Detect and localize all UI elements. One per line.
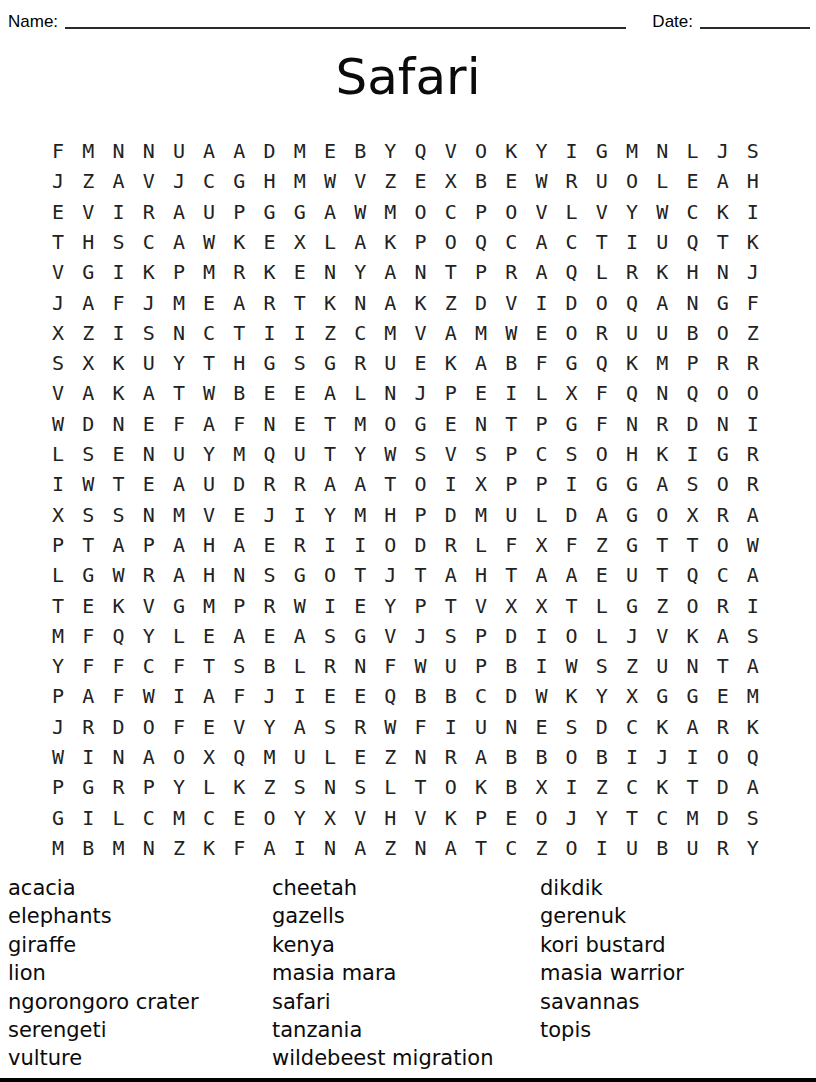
grid-cell[interactable]: T <box>194 348 224 378</box>
grid-cell[interactable]: A <box>647 469 677 499</box>
grid-cell[interactable]: W <box>375 712 405 742</box>
grid-cell[interactable]: A <box>224 287 254 317</box>
grid-cell[interactable]: B <box>345 136 375 166</box>
grid-cell[interactable]: S <box>738 621 768 651</box>
grid-cell[interactable]: M <box>375 197 405 227</box>
grid-cell[interactable]: K <box>224 227 254 257</box>
grid-cell[interactable]: Y <box>345 439 375 469</box>
grid-cell[interactable]: M <box>466 499 496 529</box>
grid-cell[interactable]: S <box>466 439 496 469</box>
grid-cell[interactable]: M <box>194 257 224 287</box>
grid-cell[interactable]: A <box>345 227 375 257</box>
grid-cell[interactable]: J <box>164 166 194 196</box>
grid-cell[interactable]: A <box>73 681 103 711</box>
grid-cell[interactable]: V <box>73 197 103 227</box>
grid-cell[interactable]: X <box>526 590 556 620</box>
grid-cell[interactable]: T <box>647 530 677 560</box>
grid-cell[interactable]: N <box>315 833 345 863</box>
grid-cell[interactable]: V <box>406 318 436 348</box>
grid-cell[interactable]: B <box>526 742 556 772</box>
grid-cell[interactable]: K <box>134 257 164 287</box>
grid-cell[interactable]: P <box>134 530 164 560</box>
grid-cell[interactable]: B <box>496 348 526 378</box>
grid-cell[interactable]: E <box>285 378 315 408</box>
grid-cell[interactable]: A <box>73 287 103 317</box>
grid-cell[interactable]: U <box>617 560 647 590</box>
grid-cell[interactable]: I <box>315 590 345 620</box>
grid-cell[interactable]: A <box>436 833 466 863</box>
grid-cell[interactable]: Q <box>224 742 254 772</box>
grid-cell[interactable]: A <box>164 227 194 257</box>
grid-cell[interactable]: X <box>466 469 496 499</box>
grid-cell[interactable]: P <box>466 651 496 681</box>
grid-cell[interactable]: N <box>617 409 647 439</box>
grid-cell[interactable]: N <box>224 560 254 590</box>
grid-cell[interactable]: P <box>224 590 254 620</box>
grid-cell[interactable]: R <box>708 348 738 378</box>
grid-cell[interactable]: W <box>43 409 73 439</box>
grid-cell[interactable]: E <box>194 621 224 651</box>
grid-cell[interactable]: A <box>526 227 556 257</box>
grid-cell[interactable]: O <box>375 409 405 439</box>
grid-cell[interactable]: X <box>496 590 526 620</box>
grid-cell[interactable]: N <box>466 409 496 439</box>
grid-cell[interactable]: C <box>134 227 164 257</box>
grid-cell[interactable]: G <box>557 409 587 439</box>
grid-cell[interactable]: I <box>557 469 587 499</box>
grid-cell[interactable]: K <box>103 378 133 408</box>
grid-cell[interactable]: J <box>43 712 73 742</box>
grid-cell[interactable]: R <box>285 530 315 560</box>
grid-cell[interactable]: W <box>103 560 133 590</box>
grid-cell[interactable]: E <box>254 621 284 651</box>
grid-cell[interactable]: S <box>224 651 254 681</box>
grid-cell[interactable]: S <box>557 439 587 469</box>
grid-cell[interactable]: A <box>103 166 133 196</box>
grid-cell[interactable]: I <box>315 530 345 560</box>
grid-cell[interactable]: Q <box>738 742 768 772</box>
grid-cell[interactable]: O <box>738 378 768 408</box>
grid-cell[interactable]: B <box>466 166 496 196</box>
grid-cell[interactable]: B <box>496 742 526 772</box>
grid-cell[interactable]: E <box>224 499 254 529</box>
grid-cell[interactable]: P <box>43 681 73 711</box>
grid-cell[interactable]: J <box>134 287 164 317</box>
grid-cell[interactable]: W <box>194 227 224 257</box>
grid-cell[interactable]: Z <box>647 590 677 620</box>
grid-cell[interactable]: T <box>103 469 133 499</box>
grid-cell[interactable]: W <box>375 439 405 469</box>
grid-cell[interactable]: T <box>496 409 526 439</box>
grid-cell[interactable]: K <box>617 348 647 378</box>
grid-cell[interactable]: L <box>375 772 405 802</box>
grid-cell[interactable]: M <box>677 802 707 832</box>
grid-cell[interactable]: T <box>43 227 73 257</box>
grid-cell[interactable]: I <box>738 590 768 620</box>
grid-cell[interactable]: B <box>496 772 526 802</box>
grid-cell[interactable]: P <box>496 439 526 469</box>
grid-cell[interactable]: A <box>164 530 194 560</box>
grid-cell[interactable]: A <box>526 257 556 287</box>
grid-cell[interactable]: A <box>164 197 194 227</box>
grid-cell[interactable]: P <box>526 409 556 439</box>
grid-cell[interactable]: I <box>345 530 375 560</box>
grid-cell[interactable]: I <box>164 681 194 711</box>
grid-cell[interactable]: A <box>587 499 617 529</box>
grid-cell[interactable]: P <box>43 772 73 802</box>
grid-cell[interactable]: O <box>557 621 587 651</box>
grid-cell[interactable]: O <box>436 227 466 257</box>
grid-cell[interactable]: R <box>224 257 254 287</box>
grid-cell[interactable]: H <box>194 560 224 590</box>
grid-cell[interactable]: N <box>375 378 405 408</box>
grid-cell[interactable]: S <box>103 499 133 529</box>
grid-cell[interactable]: T <box>43 590 73 620</box>
grid-cell[interactable]: B <box>587 742 617 772</box>
grid-cell[interactable]: J <box>738 257 768 287</box>
grid-cell[interactable]: P <box>134 772 164 802</box>
grid-cell[interactable]: R <box>315 651 345 681</box>
grid-cell[interactable]: E <box>436 409 466 439</box>
grid-cell[interactable]: D <box>224 469 254 499</box>
grid-cell[interactable]: I <box>617 227 647 257</box>
grid-cell[interactable]: C <box>466 681 496 711</box>
grid-cell[interactable]: K <box>647 712 677 742</box>
grid-cell[interactable]: T <box>677 772 707 802</box>
grid-cell[interactable]: I <box>617 742 647 772</box>
grid-cell[interactable]: R <box>647 409 677 439</box>
grid-cell[interactable]: F <box>224 409 254 439</box>
grid-cell[interactable]: Y <box>738 833 768 863</box>
grid-cell[interactable]: K <box>647 439 677 469</box>
grid-cell[interactable]: E <box>496 802 526 832</box>
grid-cell[interactable]: W <box>43 742 73 772</box>
grid-cell[interactable]: P <box>496 469 526 499</box>
grid-cell[interactable]: I <box>677 742 707 772</box>
grid-cell[interactable]: H <box>375 802 405 832</box>
grid-cell[interactable]: H <box>224 348 254 378</box>
grid-cell[interactable]: P <box>677 348 707 378</box>
grid-cell[interactable]: L <box>587 590 617 620</box>
grid-cell[interactable]: F <box>103 287 133 317</box>
grid-cell[interactable]: E <box>43 197 73 227</box>
grid-cell[interactable]: A <box>738 651 768 681</box>
grid-cell[interactable]: Z <box>73 166 103 196</box>
grid-cell[interactable]: A <box>466 348 496 378</box>
grid-cell[interactable]: A <box>315 469 345 499</box>
grid-cell[interactable]: I <box>436 469 466 499</box>
grid-cell[interactable]: F <box>587 409 617 439</box>
grid-cell[interactable]: K <box>254 257 284 287</box>
grid-cell[interactable]: V <box>587 197 617 227</box>
grid-cell[interactable]: N <box>708 257 738 287</box>
grid-cell[interactable]: U <box>677 833 707 863</box>
grid-cell[interactable]: N <box>406 833 436 863</box>
grid-cell[interactable]: Z <box>375 833 405 863</box>
grid-cell[interactable]: B <box>436 681 466 711</box>
grid-cell[interactable]: T <box>496 560 526 590</box>
grid-cell[interactable]: Q <box>103 621 133 651</box>
grid-cell[interactable]: I <box>496 378 526 408</box>
grid-cell[interactable]: G <box>73 772 103 802</box>
grid-cell[interactable]: G <box>406 409 436 439</box>
grid-cell[interactable]: L <box>526 499 556 529</box>
grid-cell[interactable]: C <box>134 651 164 681</box>
grid-cell[interactable]: G <box>708 439 738 469</box>
grid-cell[interactable]: V <box>375 621 405 651</box>
grid-cell[interactable]: P <box>224 197 254 227</box>
date-input-line[interactable] <box>700 9 810 29</box>
grid-cell[interactable]: N <box>134 833 164 863</box>
grid-cell[interactable]: W <box>406 651 436 681</box>
grid-cell[interactable]: T <box>708 227 738 257</box>
grid-cell[interactable]: R <box>738 439 768 469</box>
grid-cell[interactable]: M <box>647 348 677 378</box>
grid-cell[interactable]: L <box>315 742 345 772</box>
grid-cell[interactable]: C <box>647 802 677 832</box>
grid-cell[interactable]: S <box>103 227 133 257</box>
grid-cell[interactable]: W <box>73 469 103 499</box>
grid-cell[interactable]: U <box>617 318 647 348</box>
grid-cell[interactable]: T <box>617 802 647 832</box>
grid-cell[interactable]: W <box>496 318 526 348</box>
grid-cell[interactable]: M <box>224 439 254 469</box>
grid-cell[interactable]: S <box>677 469 707 499</box>
grid-cell[interactable]: F <box>43 136 73 166</box>
grid-cell[interactable]: S <box>285 772 315 802</box>
grid-cell[interactable]: A <box>254 833 284 863</box>
grid-cell[interactable]: Y <box>43 651 73 681</box>
grid-cell[interactable]: X <box>526 772 556 802</box>
grid-cell[interactable]: N <box>103 136 133 166</box>
grid-cell[interactable]: W <box>526 681 556 711</box>
grid-cell[interactable]: I <box>103 197 133 227</box>
grid-cell[interactable]: P <box>43 530 73 560</box>
grid-cell[interactable]: K <box>738 712 768 742</box>
grid-cell[interactable]: N <box>103 742 133 772</box>
grid-cell[interactable]: M <box>375 318 405 348</box>
grid-cell[interactable]: G <box>587 469 617 499</box>
grid-cell[interactable]: A <box>375 257 405 287</box>
grid-cell[interactable]: M <box>164 802 194 832</box>
grid-cell[interactable]: E <box>345 742 375 772</box>
grid-cell[interactable]: S <box>406 439 436 469</box>
grid-cell[interactable]: B <box>73 833 103 863</box>
grid-cell[interactable]: K <box>375 227 405 257</box>
grid-cell[interactable]: A <box>738 560 768 590</box>
grid-cell[interactable]: M <box>164 287 194 317</box>
grid-cell[interactable]: V <box>345 802 375 832</box>
grid-cell[interactable]: J <box>254 499 284 529</box>
grid-cell[interactable]: S <box>43 348 73 378</box>
grid-cell[interactable]: V <box>436 136 466 166</box>
grid-cell[interactable]: H <box>375 499 405 529</box>
grid-cell[interactable]: D <box>677 409 707 439</box>
grid-cell[interactable]: G <box>617 590 647 620</box>
grid-cell[interactable]: M <box>345 409 375 439</box>
grid-cell[interactable]: F <box>164 712 194 742</box>
grid-cell[interactable]: F <box>557 530 587 560</box>
grid-cell[interactable]: R <box>708 712 738 742</box>
grid-cell[interactable]: O <box>526 802 556 832</box>
grid-cell[interactable]: H <box>254 166 284 196</box>
grid-cell[interactable]: G <box>617 530 647 560</box>
grid-cell[interactable]: K <box>677 621 707 651</box>
grid-cell[interactable]: G <box>708 287 738 317</box>
grid-cell[interactable]: M <box>345 499 375 529</box>
grid-cell[interactable]: Y <box>285 802 315 832</box>
grid-cell[interactable]: Z <box>73 318 103 348</box>
grid-cell[interactable]: K <box>436 802 466 832</box>
grid-cell[interactable]: E <box>315 681 345 711</box>
grid-cell[interactable]: T <box>406 560 436 590</box>
grid-cell[interactable]: O <box>587 439 617 469</box>
grid-cell[interactable]: V <box>345 166 375 196</box>
grid-cell[interactable]: M <box>43 621 73 651</box>
grid-cell[interactable]: F <box>496 530 526 560</box>
grid-cell[interactable]: E <box>406 348 436 378</box>
grid-cell[interactable]: S <box>345 772 375 802</box>
grid-cell[interactable]: T <box>315 409 345 439</box>
grid-cell[interactable]: E <box>496 166 526 196</box>
grid-cell[interactable]: R <box>738 469 768 499</box>
grid-cell[interactable]: F <box>375 651 405 681</box>
grid-cell[interactable]: O <box>406 469 436 499</box>
grid-cell[interactable]: B <box>496 651 526 681</box>
grid-cell[interactable]: S <box>73 439 103 469</box>
grid-cell[interactable]: J <box>406 621 436 651</box>
grid-cell[interactable]: N <box>164 318 194 348</box>
grid-cell[interactable]: E <box>526 318 556 348</box>
grid-cell[interactable]: Z <box>375 742 405 772</box>
grid-cell[interactable]: V <box>43 257 73 287</box>
grid-cell[interactable]: W <box>134 681 164 711</box>
grid-cell[interactable]: Y <box>164 772 194 802</box>
grid-cell[interactable]: A <box>224 136 254 166</box>
grid-cell[interactable]: Z <box>587 772 617 802</box>
grid-cell[interactable]: Z <box>254 772 284 802</box>
grid-cell[interactable]: N <box>647 136 677 166</box>
grid-cell[interactable]: C <box>194 166 224 196</box>
grid-cell[interactable]: V <box>194 499 224 529</box>
grid-cell[interactable]: S <box>587 651 617 681</box>
grid-cell[interactable]: Z <box>436 287 466 317</box>
grid-cell[interactable]: O <box>164 742 194 772</box>
grid-cell[interactable]: C <box>526 439 556 469</box>
grid-cell[interactable]: J <box>708 136 738 166</box>
grid-cell[interactable]: M <box>164 499 194 529</box>
grid-cell[interactable]: Q <box>677 378 707 408</box>
grid-cell[interactable]: V <box>466 590 496 620</box>
grid-cell[interactable]: S <box>315 621 345 651</box>
grid-cell[interactable]: E <box>345 681 375 711</box>
grid-cell[interactable]: A <box>194 681 224 711</box>
grid-cell[interactable]: Y <box>254 712 284 742</box>
grid-cell[interactable]: N <box>315 257 345 287</box>
grid-cell[interactable]: P <box>164 257 194 287</box>
grid-cell[interactable]: D <box>406 530 436 560</box>
grid-cell[interactable]: Y <box>526 136 556 166</box>
grid-cell[interactable]: L <box>285 651 315 681</box>
grid-cell[interactable]: U <box>164 136 194 166</box>
grid-cell[interactable]: L <box>43 439 73 469</box>
grid-cell[interactable]: C <box>496 227 526 257</box>
grid-cell[interactable]: C <box>194 802 224 832</box>
grid-cell[interactable]: D <box>254 136 284 166</box>
grid-cell[interactable]: K <box>738 227 768 257</box>
grid-cell[interactable]: G <box>315 348 345 378</box>
grid-cell[interactable]: L <box>647 166 677 196</box>
grid-cell[interactable]: K <box>496 136 526 166</box>
grid-cell[interactable]: K <box>103 348 133 378</box>
grid-cell[interactable]: G <box>345 621 375 651</box>
grid-cell[interactable]: C <box>708 560 738 590</box>
grid-cell[interactable]: E <box>224 802 254 832</box>
grid-cell[interactable]: A <box>194 136 224 166</box>
grid-cell[interactable]: S <box>134 318 164 348</box>
grid-cell[interactable]: V <box>647 621 677 651</box>
grid-cell[interactable]: Z <box>617 651 647 681</box>
grid-cell[interactable]: N <box>254 409 284 439</box>
grid-cell[interactable]: E <box>134 469 164 499</box>
grid-cell[interactable]: R <box>345 348 375 378</box>
grid-cell[interactable]: M <box>43 833 73 863</box>
grid-cell[interactable]: O <box>557 833 587 863</box>
grid-cell[interactable]: E <box>134 409 164 439</box>
grid-cell[interactable]: M <box>194 590 224 620</box>
grid-cell[interactable]: U <box>285 742 315 772</box>
grid-cell[interactable]: R <box>557 166 587 196</box>
grid-cell[interactable]: O <box>708 378 738 408</box>
grid-cell[interactable]: O <box>708 469 738 499</box>
grid-cell[interactable]: A <box>375 287 405 317</box>
grid-cell[interactable]: W <box>194 378 224 408</box>
grid-cell[interactable]: D <box>496 621 526 651</box>
grid-cell[interactable]: D <box>557 499 587 529</box>
grid-cell[interactable]: C <box>557 227 587 257</box>
grid-cell[interactable]: L <box>315 227 345 257</box>
grid-cell[interactable]: O <box>677 590 707 620</box>
grid-cell[interactable]: V <box>134 166 164 196</box>
grid-cell[interactable]: Q <box>677 227 707 257</box>
grid-cell[interactable]: H <box>466 560 496 590</box>
grid-cell[interactable]: S <box>254 560 284 590</box>
grid-cell[interactable]: K <box>557 681 587 711</box>
grid-cell[interactable]: O <box>557 318 587 348</box>
grid-cell[interactable]: W <box>526 166 556 196</box>
name-input-line[interactable] <box>65 9 626 29</box>
grid-cell[interactable]: X <box>617 681 647 711</box>
grid-cell[interactable]: U <box>647 651 677 681</box>
grid-cell[interactable]: I <box>677 439 707 469</box>
grid-cell[interactable]: E <box>73 590 103 620</box>
grid-cell[interactable]: X <box>557 378 587 408</box>
grid-cell[interactable]: S <box>738 136 768 166</box>
grid-cell[interactable]: O <box>708 318 738 348</box>
grid-cell[interactable]: G <box>557 348 587 378</box>
grid-cell[interactable]: J <box>43 166 73 196</box>
grid-cell[interactable]: A <box>224 530 254 560</box>
grid-cell[interactable]: R <box>103 772 133 802</box>
grid-cell[interactable]: N <box>315 772 345 802</box>
grid-cell[interactable]: R <box>134 197 164 227</box>
grid-cell[interactable]: T <box>345 560 375 590</box>
grid-cell[interactable]: M <box>103 833 133 863</box>
grid-cell[interactable]: L <box>526 378 556 408</box>
grid-cell[interactable]: W <box>345 197 375 227</box>
grid-cell[interactable]: M <box>254 742 284 772</box>
grid-cell[interactable]: Q <box>466 227 496 257</box>
